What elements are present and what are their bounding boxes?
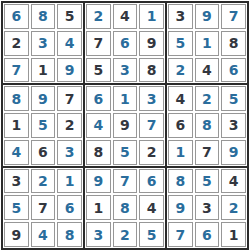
sudoku-cell-r6c7[interactable]: 1 [168, 140, 193, 165]
given-digit: 1 [93, 201, 103, 215]
solved-digit: 6 [120, 36, 130, 50]
sudoku-cell-r2c3[interactable]: 4 [57, 31, 82, 56]
sudoku-box-7: 321576948 [3, 168, 83, 248]
given-digit: 4 [202, 63, 212, 77]
given-digit: 5 [93, 63, 103, 77]
sudoku-cell-r6c8[interactable]: 7 [195, 140, 220, 165]
solved-digit: 2 [120, 228, 130, 242]
sudoku-cell-r3c8[interactable]: 4 [195, 58, 220, 83]
sudoku-cell-r7c2[interactable]: 2 [31, 169, 56, 194]
sudoku-cell-r6c1[interactable]: 4 [4, 140, 29, 165]
solved-digit: 9 [38, 92, 48, 106]
given-digit: 8 [147, 63, 157, 77]
sudoku-cell-r1c6[interactable]: 1 [139, 4, 164, 29]
sudoku-cell-r3c4[interactable]: 5 [86, 58, 111, 83]
sudoku-cell-r2c4[interactable]: 7 [86, 31, 111, 56]
sudoku-cell-r9c6[interactable]: 5 [139, 222, 164, 247]
given-digit: 6 [175, 118, 185, 132]
sudoku-cell-r7c3[interactable]: 1 [57, 169, 82, 194]
solved-digit: 6 [11, 9, 21, 23]
given-digit: 5 [65, 9, 75, 23]
sudoku-cell-r4c2[interactable]: 9 [31, 86, 56, 111]
sudoku-cell-r1c4[interactable]: 2 [86, 4, 111, 29]
given-digit: 4 [147, 201, 157, 215]
sudoku-cell-r5c2[interactable]: 5 [31, 113, 56, 138]
solved-digit: 2 [93, 9, 103, 23]
sudoku-cell-r2c6[interactable]: 9 [139, 31, 164, 56]
sudoku-box-5: 613497852 [85, 85, 165, 165]
sudoku-cell-r2c5[interactable]: 6 [113, 31, 138, 56]
solved-digit: 7 [175, 228, 185, 242]
sudoku-cell-r1c3[interactable]: 5 [57, 4, 82, 29]
given-digit: 8 [229, 36, 239, 50]
solved-digit: 3 [65, 145, 75, 159]
solved-digit: 7 [120, 174, 130, 188]
sudoku-cell-r6c6[interactable]: 2 [139, 140, 164, 165]
sudoku-cell-r4c4[interactable]: 6 [86, 86, 111, 111]
solved-digit: 7 [147, 118, 157, 132]
given-digit: 7 [38, 201, 48, 215]
sudoku-cell-r9c1[interactable]: 9 [4, 222, 29, 247]
sudoku-cell-r5c1[interactable]: 1 [4, 113, 29, 138]
given-digit: 2 [11, 36, 21, 50]
solved-digit: 5 [11, 201, 21, 215]
solved-digit: 4 [93, 118, 103, 132]
solved-digit: 9 [229, 145, 239, 159]
given-digit: 3 [11, 174, 21, 188]
sudoku-box-3: 397518246 [167, 3, 247, 83]
sudoku-cell-r7c9[interactable]: 4 [221, 169, 246, 194]
solved-digit: 8 [11, 92, 21, 106]
sudoku-cell-r8c1[interactable]: 5 [4, 195, 29, 220]
sudoku-cell-r1c1[interactable]: 6 [4, 4, 29, 29]
sudoku-cell-r2c9[interactable]: 8 [221, 31, 246, 56]
sudoku-cell-r7c1[interactable]: 3 [4, 169, 29, 194]
sudoku-box-6: 425683179 [167, 85, 247, 165]
sudoku-box-1: 685234719 [3, 3, 83, 83]
given-digit: 3 [175, 9, 185, 23]
given-digit: 8 [93, 145, 103, 159]
solved-digit: 5 [202, 174, 212, 188]
given-digit: 7 [93, 36, 103, 50]
given-digit: 4 [175, 92, 185, 106]
sudoku-cell-r6c3[interactable]: 3 [57, 140, 82, 165]
solved-digit: 2 [175, 63, 185, 77]
solved-digit: 3 [147, 92, 157, 106]
given-digit: 1 [38, 63, 48, 77]
solved-digit: 6 [65, 201, 75, 215]
sudoku-page: 6852347192417695383975182468971524636134… [0, 0, 250, 251]
solved-digit: 8 [65, 228, 75, 242]
solved-digit: 8 [175, 174, 185, 188]
given-digit: 9 [147, 36, 157, 50]
sudoku-cell-r8c9[interactable]: 2 [221, 195, 246, 220]
sudoku-cell-r4c7[interactable]: 4 [168, 86, 193, 111]
solved-digit: 6 [202, 228, 212, 242]
given-digit: 7 [202, 145, 212, 159]
sudoku-cell-r5c6[interactable]: 7 [139, 113, 164, 138]
solved-digit: 5 [147, 228, 157, 242]
sudoku-cell-r7c6[interactable]: 6 [139, 169, 164, 194]
sudoku-cell-r8c4[interactable]: 1 [86, 195, 111, 220]
solved-digit: 4 [11, 145, 21, 159]
sudoku-cell-r8c2[interactable]: 7 [31, 195, 56, 220]
solved-digit: 3 [120, 63, 130, 77]
sudoku-cell-r4c8[interactable]: 2 [195, 86, 220, 111]
sudoku-cell-r5c4[interactable]: 4 [86, 113, 111, 138]
given-digit: 9 [120, 118, 130, 132]
solved-digit: 5 [229, 92, 239, 106]
given-digit: 3 [229, 118, 239, 132]
solved-digit: 5 [38, 118, 48, 132]
sudoku-cell-r4c1[interactable]: 8 [4, 86, 29, 111]
sudoku-cell-r8c3[interactable]: 6 [57, 195, 82, 220]
given-digit: 9 [11, 228, 21, 242]
solved-digit: 1 [202, 36, 212, 50]
solved-digit: 8 [202, 118, 212, 132]
sudoku-cell-r9c5[interactable]: 2 [113, 222, 138, 247]
sudoku-box-4: 897152463 [3, 85, 83, 165]
solved-digit: 6 [147, 174, 157, 188]
sudoku-cell-r3c3[interactable]: 9 [57, 58, 82, 83]
sudoku-cell-r1c9[interactable]: 7 [221, 4, 246, 29]
sudoku-cell-r8c6[interactable]: 4 [139, 195, 164, 220]
solved-digit: 3 [93, 228, 103, 242]
sudoku-cell-r6c5[interactable]: 5 [113, 140, 138, 165]
sudoku-cell-r1c7[interactable]: 3 [168, 4, 193, 29]
solved-digit: 1 [65, 174, 75, 188]
solved-digit: 8 [38, 9, 48, 23]
sudoku-cell-r2c2[interactable]: 3 [31, 31, 56, 56]
sudoku-cell-r9c2[interactable]: 4 [31, 222, 56, 247]
given-digit: 2 [65, 118, 75, 132]
solved-digit: 4 [65, 36, 75, 50]
given-digit: 6 [38, 145, 48, 159]
sudoku-cell-r7c4[interactable]: 9 [86, 169, 111, 194]
sudoku-cell-r4c3[interactable]: 7 [57, 86, 82, 111]
solved-digit: 6 [229, 63, 239, 77]
solved-digit: 9 [93, 174, 103, 188]
solved-digit: 2 [38, 174, 48, 188]
sudoku-cell-r3c1[interactable]: 7 [4, 58, 29, 83]
sudoku-cell-r2c7[interactable]: 5 [168, 31, 193, 56]
sudoku-cell-r3c6[interactable]: 8 [139, 58, 164, 83]
given-digit: 2 [147, 145, 157, 159]
sudoku-cell-r4c5[interactable]: 1 [113, 86, 138, 111]
sudoku-cell-r7c8[interactable]: 5 [195, 169, 220, 194]
solved-digit: 6 [93, 92, 103, 106]
solved-digit: 5 [175, 36, 185, 50]
given-digit: 4 [229, 174, 239, 188]
solved-digit: 8 [120, 201, 130, 215]
sudoku-cell-r2c8[interactable]: 1 [195, 31, 220, 56]
solved-digit: 2 [202, 92, 212, 106]
solved-digit: 4 [38, 228, 48, 242]
given-digit: 4 [120, 9, 130, 23]
solved-digit: 3 [38, 36, 48, 50]
given-digit: 1 [229, 228, 239, 242]
sudoku-box-9: 854932761 [167, 168, 247, 248]
solved-digit: 2 [229, 201, 239, 215]
solved-digit: 7 [229, 9, 239, 23]
solved-digit: 5 [120, 145, 130, 159]
sudoku-cell-r5c7[interactable]: 6 [168, 113, 193, 138]
sudoku-cell-r4c6[interactable]: 3 [139, 86, 164, 111]
sudoku-cell-r3c2[interactable]: 1 [31, 58, 56, 83]
sudoku-cell-r6c9[interactable]: 9 [221, 140, 246, 165]
sudoku-cell-r5c9[interactable]: 3 [221, 113, 246, 138]
solved-digit: 9 [202, 9, 212, 23]
sudoku-cell-r1c2[interactable]: 8 [31, 4, 56, 29]
sudoku-cell-r3c7[interactable]: 2 [168, 58, 193, 83]
sudoku-cell-r7c5[interactable]: 7 [113, 169, 138, 194]
sudoku-cell-r9c7[interactable]: 7 [168, 222, 193, 247]
sudoku-cell-r6c2[interactable]: 6 [31, 140, 56, 165]
sudoku-cell-r5c5[interactable]: 9 [113, 113, 138, 138]
solved-digit: 7 [11, 63, 21, 77]
given-digit: 7 [65, 92, 75, 106]
solved-digit: 1 [175, 145, 185, 159]
sudoku-cell-r8c7[interactable]: 9 [168, 195, 193, 220]
sudoku-cell-r8c5[interactable]: 8 [113, 195, 138, 220]
sudoku-cell-r5c3[interactable]: 2 [57, 113, 82, 138]
sudoku-box-8: 976184325 [85, 168, 165, 248]
solved-digit: 9 [65, 63, 75, 77]
sudoku-board: 6852347192417695383975182468971524636134… [1, 1, 249, 250]
sudoku-cell-r9c4[interactable]: 3 [86, 222, 111, 247]
given-digit: 1 [11, 118, 21, 132]
sudoku-cell-r6c4[interactable]: 8 [86, 140, 111, 165]
sudoku-cell-r1c5[interactable]: 4 [113, 4, 138, 29]
solved-digit: 1 [147, 9, 157, 23]
solved-digit: 9 [175, 201, 185, 215]
solved-digit: 1 [120, 92, 130, 106]
sudoku-cell-r1c8[interactable]: 9 [195, 4, 220, 29]
sudoku-cell-r5c8[interactable]: 8 [195, 113, 220, 138]
sudoku-box-2: 241769538 [85, 3, 165, 83]
sudoku-cell-r3c5[interactable]: 3 [113, 58, 138, 83]
sudoku-cell-r9c3[interactable]: 8 [57, 222, 82, 247]
given-digit: 3 [202, 201, 212, 215]
sudoku-cell-r7c7[interactable]: 8 [168, 169, 193, 194]
sudoku-cell-r8c8[interactable]: 3 [195, 195, 220, 220]
sudoku-cell-r9c9[interactable]: 1 [221, 222, 246, 247]
sudoku-cell-r3c9[interactable]: 6 [221, 58, 246, 83]
sudoku-cell-r9c8[interactable]: 6 [195, 222, 220, 247]
sudoku-cell-r2c1[interactable]: 2 [4, 31, 29, 56]
sudoku-cell-r4c9[interactable]: 5 [221, 86, 246, 111]
